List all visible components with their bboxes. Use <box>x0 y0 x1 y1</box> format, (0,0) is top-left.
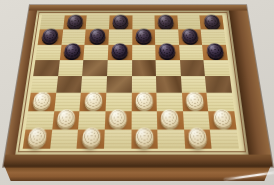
square-r5c3[interactable] <box>81 76 107 93</box>
square-r2c2[interactable] <box>61 30 86 45</box>
square-13[interactable] <box>33 60 59 76</box>
checkers-board[interactable] <box>3 5 272 166</box>
light-piece[interactable] <box>27 128 48 147</box>
square-31[interactable] <box>131 129 158 149</box>
square-28[interactable] <box>208 111 236 130</box>
dark-piece[interactable] <box>159 43 176 58</box>
square-3[interactable] <box>155 15 178 29</box>
square-r2c4[interactable] <box>108 30 132 45</box>
square-8[interactable] <box>178 30 202 45</box>
square-r5c1[interactable] <box>31 76 58 93</box>
square-r6c4[interactable] <box>105 93 131 111</box>
square-r5c5[interactable] <box>131 76 156 93</box>
square-12[interactable] <box>202 44 227 59</box>
square-r4c6[interactable] <box>156 60 181 76</box>
dark-piece[interactable] <box>113 14 129 28</box>
square-25[interactable] <box>52 111 80 130</box>
light-piece[interactable] <box>161 109 180 127</box>
square-11[interactable] <box>155 44 179 59</box>
square-r1c3[interactable] <box>86 15 110 29</box>
dark-piece[interactable] <box>203 14 220 28</box>
square-r7c7[interactable] <box>183 111 210 130</box>
square-r4c2[interactable] <box>58 60 84 76</box>
square-r5c7[interactable] <box>181 76 207 93</box>
light-piece[interactable] <box>81 128 101 147</box>
photo-background <box>0 0 274 185</box>
light-piece[interactable] <box>188 128 208 147</box>
square-19[interactable] <box>156 76 182 93</box>
dark-piece[interactable] <box>181 29 198 44</box>
square-27[interactable] <box>157 111 184 130</box>
square-26[interactable] <box>105 111 132 130</box>
square-6[interactable] <box>85 30 109 45</box>
light-piece[interactable] <box>135 128 154 147</box>
dark-piece[interactable] <box>41 29 59 44</box>
square-r4c4[interactable] <box>107 60 132 76</box>
square-18[interactable] <box>106 76 131 93</box>
square-15[interactable] <box>132 60 157 76</box>
square-21[interactable] <box>28 93 56 111</box>
light-piece[interactable] <box>212 109 232 127</box>
square-23[interactable] <box>131 93 157 111</box>
board-margin <box>15 11 248 155</box>
square-r1c1[interactable] <box>40 15 65 29</box>
light-piece[interactable] <box>185 92 204 109</box>
square-r4c8[interactable] <box>204 60 230 76</box>
dark-piece[interactable] <box>88 29 105 44</box>
light-piece[interactable] <box>84 92 103 109</box>
square-22[interactable] <box>80 93 107 111</box>
dark-piece[interactable] <box>67 14 84 28</box>
dark-piece[interactable] <box>63 43 81 58</box>
square-17[interactable] <box>56 76 82 93</box>
light-piece[interactable] <box>135 92 153 109</box>
square-10[interactable] <box>108 44 132 59</box>
square-r3c3[interactable] <box>84 44 109 59</box>
square-r1c5[interactable] <box>132 15 155 29</box>
square-24[interactable] <box>182 93 209 111</box>
square-30[interactable] <box>77 129 105 149</box>
square-32[interactable] <box>184 129 212 149</box>
dark-piece[interactable] <box>158 14 174 28</box>
square-r7c3[interactable] <box>78 111 105 130</box>
square-4[interactable] <box>200 15 224 29</box>
light-piece[interactable] <box>56 109 76 127</box>
board-grid <box>23 15 239 148</box>
square-29[interactable] <box>23 129 52 149</box>
square-1[interactable] <box>63 15 87 29</box>
dark-piece[interactable] <box>206 43 224 58</box>
square-r8c2[interactable] <box>50 129 79 149</box>
square-r1c7[interactable] <box>177 15 201 29</box>
square-r6c8[interactable] <box>207 93 234 111</box>
square-r6c6[interactable] <box>157 93 183 111</box>
square-7[interactable] <box>132 30 156 45</box>
square-r2c8[interactable] <box>201 30 226 45</box>
square-r3c7[interactable] <box>179 44 204 59</box>
square-r2c6[interactable] <box>155 30 179 45</box>
dark-piece[interactable] <box>111 43 128 58</box>
square-5[interactable] <box>38 30 63 45</box>
square-2[interactable] <box>109 15 132 29</box>
square-r6c2[interactable] <box>54 93 81 111</box>
square-r7c5[interactable] <box>131 111 157 130</box>
light-piece[interactable] <box>32 92 52 109</box>
square-r3c1[interactable] <box>35 44 61 59</box>
square-r8c8[interactable] <box>210 129 239 149</box>
frame-bottom <box>3 155 272 167</box>
square-r8c4[interactable] <box>104 129 131 149</box>
square-r3c5[interactable] <box>132 44 156 59</box>
square-16[interactable] <box>180 60 206 76</box>
light-piece[interactable] <box>109 109 127 127</box>
square-9[interactable] <box>60 44 85 59</box>
square-14[interactable] <box>82 60 107 76</box>
square-r8c6[interactable] <box>157 129 185 149</box>
square-r7c1[interactable] <box>26 111 54 130</box>
dark-piece[interactable] <box>135 29 151 44</box>
square-20[interactable] <box>205 76 232 93</box>
